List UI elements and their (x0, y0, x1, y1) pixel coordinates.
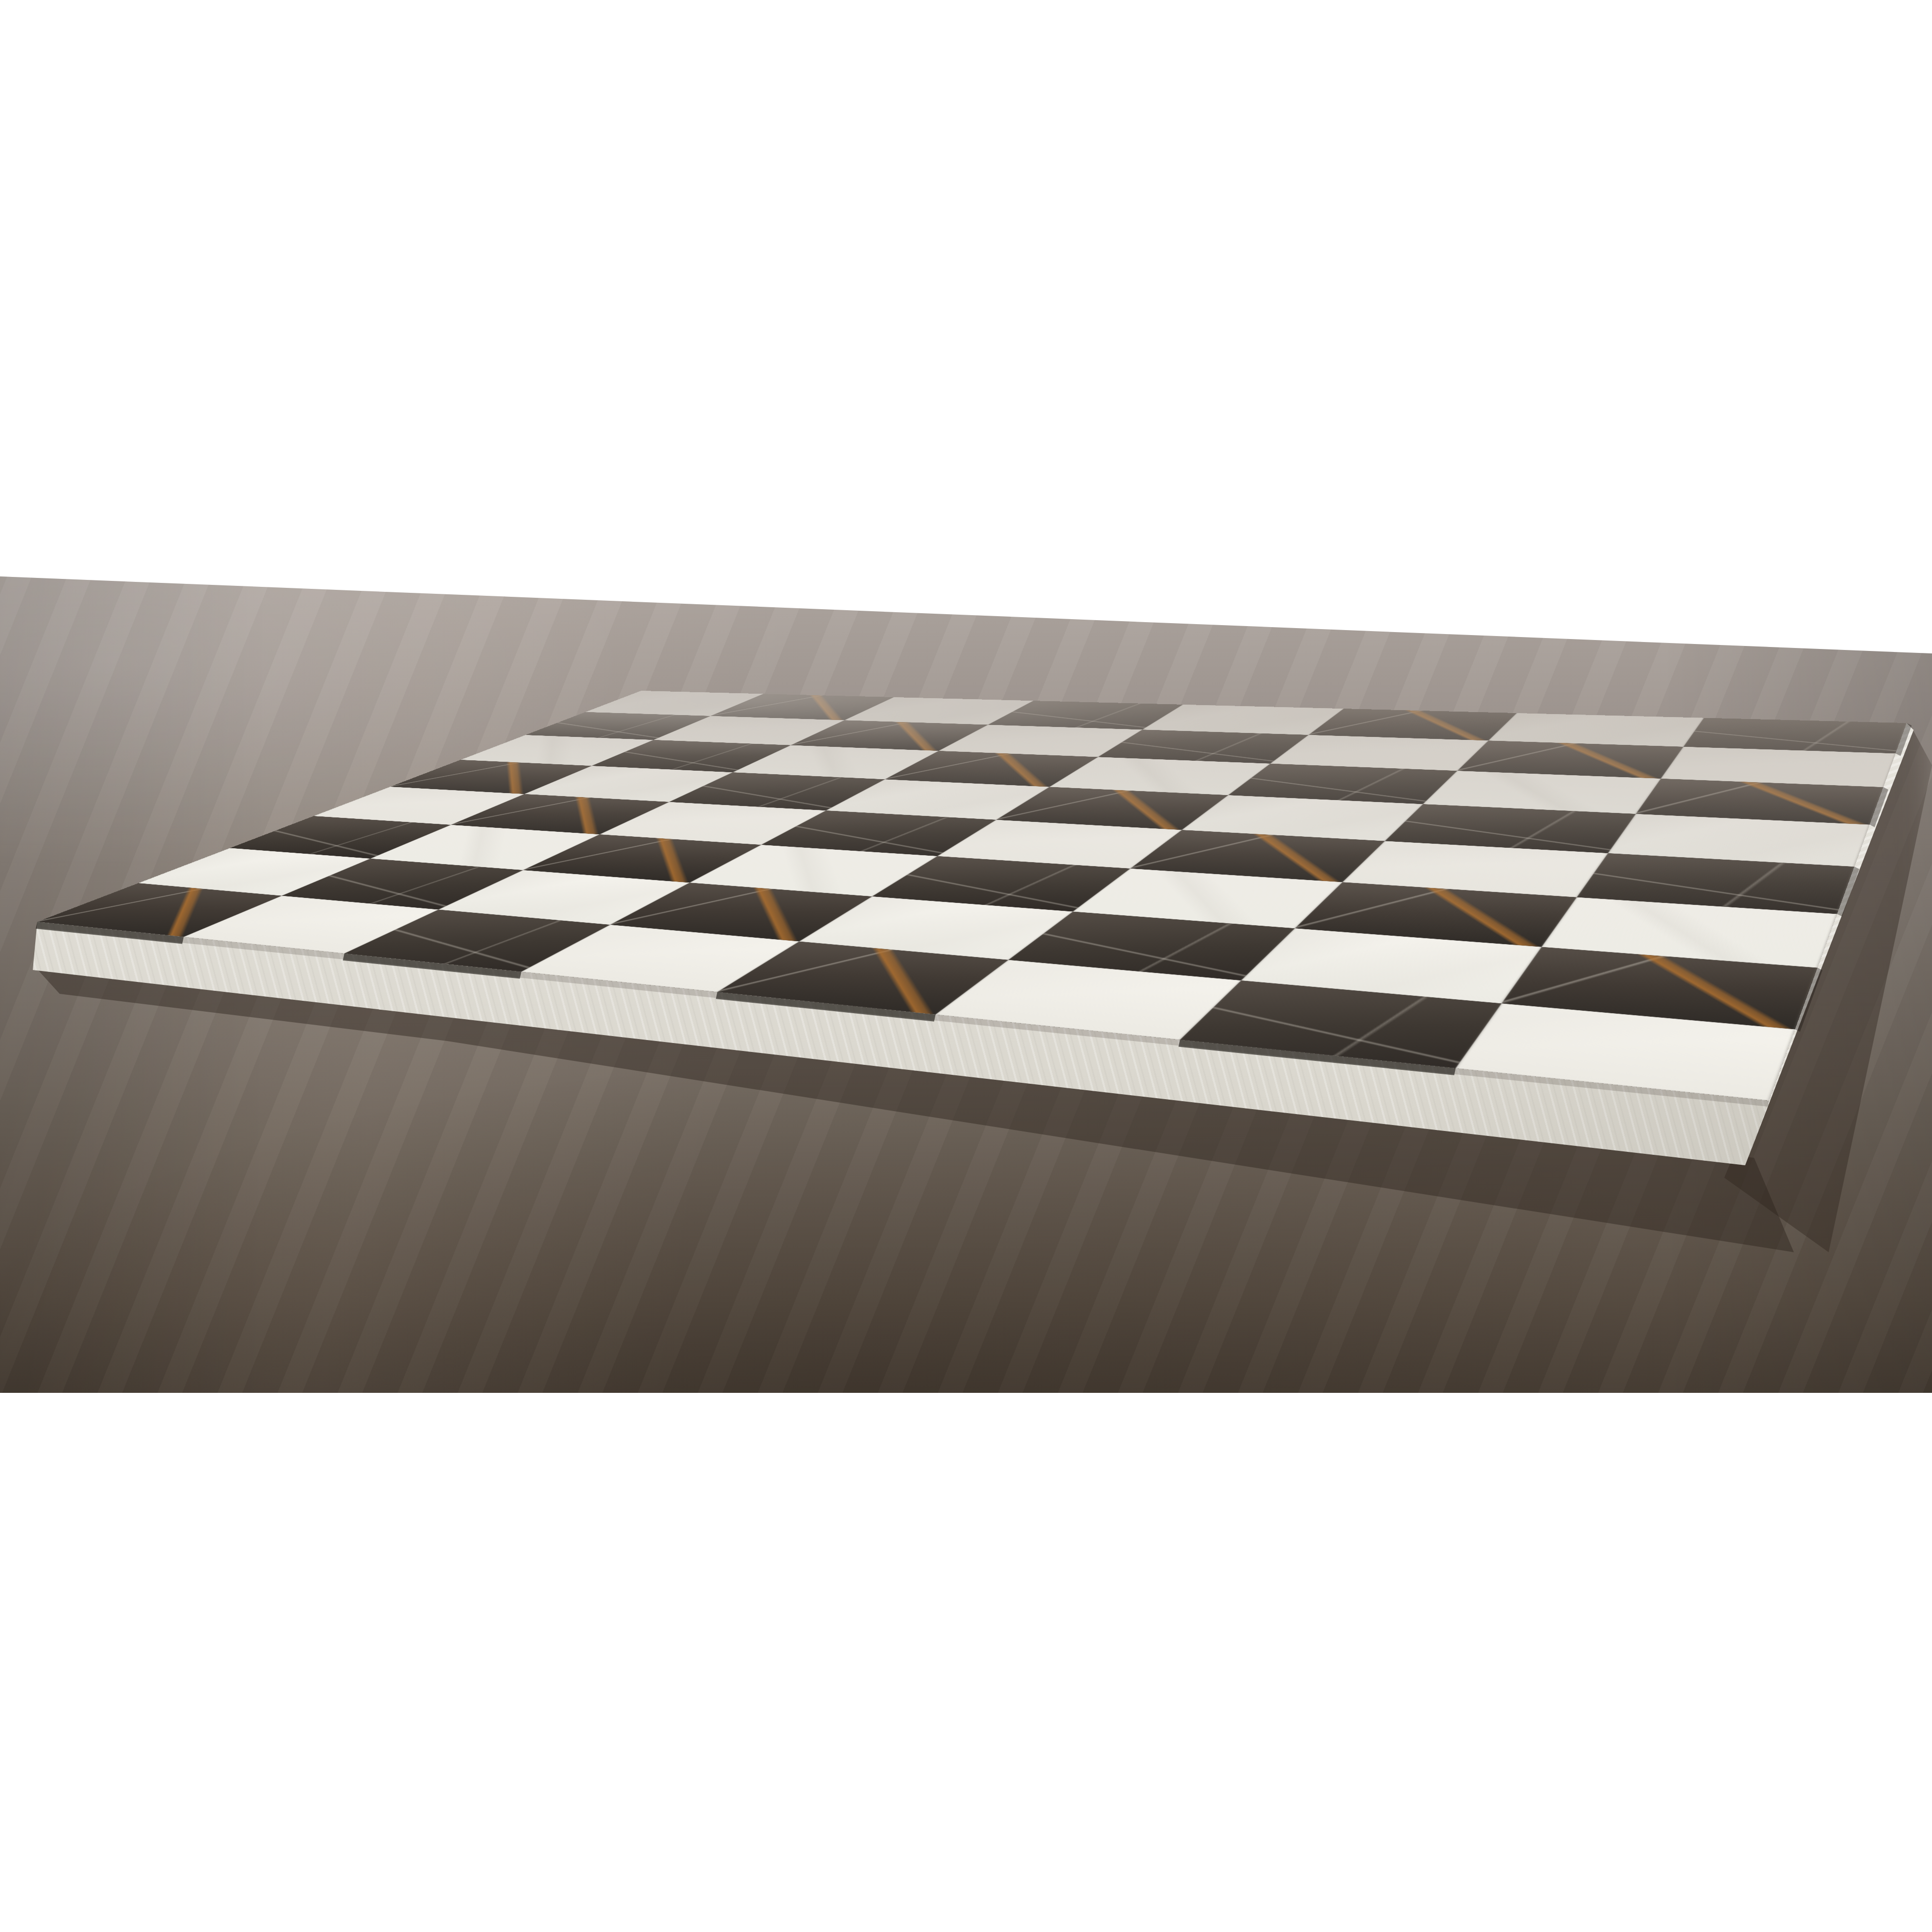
photo-scene (0, 0, 1932, 1932)
shadow-layer (0, 0, 1932, 1393)
board-shadow-front (0, 0, 1932, 1393)
